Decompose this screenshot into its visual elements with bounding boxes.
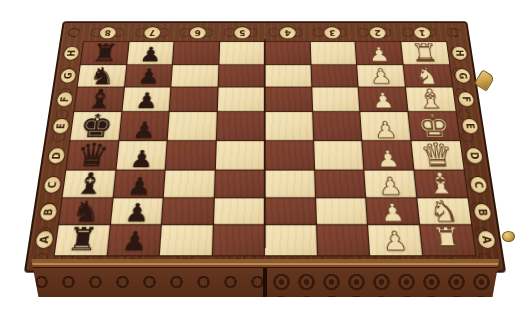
file-medallion: G	[58, 69, 76, 84]
board-perspective: 87654321H♜♟♟♜HG♞♟♟♞GF♝♟♟♝FE♚♟♟♚ED♛♟♟♛DC♝…	[24, 21, 506, 272]
file-label-right-d: D	[460, 141, 489, 171]
brass-hinge-pin	[502, 231, 515, 242]
rank-medallion: 2	[368, 26, 387, 39]
square-f3[interactable]	[312, 87, 361, 111]
square-a5[interactable]	[212, 225, 265, 255]
square-a4[interactable]	[265, 225, 318, 255]
chess-set-photo: 87654321H♜♟♟♜HG♞♟♟♞GF♝♟♟♝FE♚♟♟♚ED♛♟♟♛DC♝…	[0, 0, 530, 310]
rank-label-top-3: 3	[310, 23, 356, 42]
file-label-left-g: G	[54, 65, 80, 87]
square-c2[interactable]: ♟	[364, 171, 417, 199]
square-d5[interactable]	[215, 141, 265, 171]
rank-medallion: 1	[413, 26, 432, 39]
rank-medallion: 6	[188, 26, 206, 39]
square-b2[interactable]: ♟	[366, 198, 419, 225]
square-d3[interactable]	[314, 141, 365, 171]
square-c3[interactable]	[315, 171, 367, 199]
front-panel-left-swirl-ornament	[24, 268, 263, 297]
file-label-right-h: H	[446, 42, 472, 65]
board-edge-lip	[24, 259, 506, 268]
square-a8[interactable]: ♜	[55, 225, 111, 255]
file-label-right-b: B	[468, 198, 497, 225]
file-medallion: C	[468, 176, 488, 194]
square-h3[interactable]	[310, 42, 357, 65]
white-pawn: ♟	[380, 202, 407, 225]
square-b3[interactable]	[316, 198, 368, 225]
square-e7[interactable]: ♟	[119, 112, 170, 141]
square-h4[interactable]	[265, 42, 311, 65]
white-pawn: ♟	[369, 68, 393, 87]
square-e3[interactable]	[313, 112, 363, 141]
square-d7[interactable]: ♟	[116, 141, 168, 171]
file-label-left-h: H	[58, 42, 84, 65]
square-h6[interactable]	[173, 42, 220, 65]
white-pawn: ♟	[376, 149, 401, 170]
square-b4[interactable]	[265, 198, 317, 225]
square-a7[interactable]: ♟	[107, 225, 162, 255]
file-medallion: G	[453, 69, 471, 84]
square-c6[interactable]	[164, 171, 216, 199]
file-label-right-e: E	[456, 112, 484, 141]
white-pawn: ♟	[378, 176, 404, 198]
front-face	[24, 268, 506, 297]
square-b6[interactable]	[162, 198, 214, 225]
square-f5[interactable]	[217, 87, 265, 111]
square-c4[interactable]	[265, 171, 316, 199]
square-c5[interactable]	[214, 171, 265, 199]
square-f4[interactable]	[265, 87, 313, 111]
square-h5[interactable]	[219, 42, 265, 65]
black-pawn: ♟	[132, 120, 157, 140]
file-medallion: D	[46, 147, 66, 164]
file-medallion: F	[456, 92, 475, 108]
front-panel-right-dot-ornament	[267, 268, 506, 297]
white-pawn: ♟	[382, 231, 409, 254]
file-medallion: D	[464, 147, 484, 164]
black-rook: ♜	[66, 225, 100, 254]
square-h7[interactable]: ♟	[127, 42, 175, 65]
square-f2[interactable]: ♟	[359, 87, 408, 111]
square-a2[interactable]: ♟	[368, 225, 423, 255]
square-e6[interactable]	[168, 112, 218, 141]
file-medallion: C	[42, 176, 62, 194]
file-medallion: H	[450, 46, 468, 61]
square-a3[interactable]	[317, 225, 371, 255]
white-rook: ♜	[430, 225, 464, 254]
file-medallion: E	[51, 118, 70, 134]
black-pawn: ♟	[129, 149, 154, 170]
square-g4[interactable]	[265, 65, 312, 87]
square-g5[interactable]	[218, 65, 265, 87]
file-label-right-a: A	[471, 225, 501, 255]
square-e2[interactable]: ♟	[360, 112, 411, 141]
file-medallion: B	[38, 203, 59, 221]
white-rook: ♜	[410, 42, 440, 64]
black-pawn: ♟	[126, 176, 152, 198]
square-b5[interactable]	[213, 198, 265, 225]
rank-medallion: 7	[143, 26, 162, 39]
square-e4[interactable]	[265, 112, 314, 141]
white-pawn: ♟	[373, 120, 398, 140]
frame-corner-ornament	[444, 23, 469, 42]
square-f6[interactable]	[170, 87, 219, 111]
frame-corner-ornament	[61, 23, 86, 42]
file-medallion: F	[55, 92, 74, 108]
square-g7[interactable]: ♟	[124, 65, 172, 87]
square-c7[interactable]: ♟	[113, 171, 166, 199]
square-a1[interactable]: ♜	[420, 225, 476, 255]
rank-label-top-5: 5	[220, 23, 265, 42]
square-f7[interactable]: ♟	[122, 87, 171, 111]
file-label-left-f: F	[51, 87, 78, 111]
square-b7[interactable]: ♟	[110, 198, 163, 225]
file-medallion: A	[33, 231, 54, 250]
file-label-right-c: C	[464, 171, 493, 199]
black-pawn: ♟	[121, 231, 148, 254]
file-medallion: B	[472, 203, 493, 221]
black-bishop: ♝	[73, 171, 106, 198]
square-g6[interactable]	[171, 65, 219, 87]
rank-label-top-2: 2	[354, 23, 401, 42]
rank-label-top-4: 4	[265, 23, 310, 42]
rank-medallion: 4	[279, 26, 297, 39]
square-g2[interactable]: ♟	[357, 65, 405, 87]
white-pawn: ♟	[368, 46, 392, 64]
file-label-left-b: B	[33, 198, 62, 225]
rank-medallion: 8	[98, 26, 117, 39]
black-pawn: ♟	[137, 68, 161, 87]
rank-medallion: 3	[323, 26, 341, 39]
square-d4[interactable]	[265, 141, 315, 171]
file-label-right-g: G	[449, 65, 475, 87]
file-medallion: H	[62, 46, 80, 61]
scroll-ornament-icon	[449, 27, 463, 39]
square-h2[interactable]: ♟	[356, 42, 404, 65]
square-d6[interactable]	[166, 141, 217, 171]
black-rook: ♜	[90, 42, 120, 64]
board-fold-seam	[264, 39, 267, 248]
black-pawn: ♟	[124, 202, 151, 225]
square-g3[interactable]	[311, 65, 359, 87]
white-pawn: ♟	[371, 92, 395, 111]
square-d2[interactable]: ♟	[362, 141, 414, 171]
black-pawn: ♟	[139, 46, 163, 64]
file-medallion: A	[476, 231, 497, 250]
file-medallion: E	[460, 118, 479, 134]
rank-label-top-6: 6	[174, 23, 220, 42]
rank-label-top-7: 7	[129, 23, 176, 42]
black-pawn: ♟	[134, 92, 158, 111]
file-label-right-f: F	[452, 87, 479, 111]
scroll-ornament-icon	[66, 27, 81, 39]
white-bishop: ♝	[424, 171, 457, 198]
box-front-panel	[24, 259, 506, 297]
square-a6[interactable]	[160, 225, 214, 255]
square-e5[interactable]	[216, 112, 265, 141]
rank-medallion: 5	[234, 26, 252, 39]
